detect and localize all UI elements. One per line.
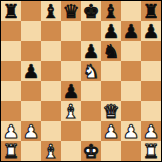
square-h1[interactable]: ♜: [141, 141, 161, 161]
square-f1[interactable]: [101, 141, 121, 161]
square-f3[interactable]: ♛: [101, 101, 121, 121]
white-rook-piece[interactable]: ♜: [2, 141, 19, 161]
square-b5[interactable]: ♟: [21, 61, 41, 81]
square-c6[interactable]: [41, 41, 61, 61]
square-b6[interactable]: [21, 41, 41, 61]
square-f2[interactable]: ♟: [101, 121, 121, 141]
square-a1[interactable]: ♜: [1, 141, 21, 161]
square-f6[interactable]: ♞: [101, 41, 121, 61]
square-f7[interactable]: ♟: [101, 21, 121, 41]
square-d5[interactable]: [61, 61, 81, 81]
square-d2[interactable]: [61, 121, 81, 141]
square-d8[interactable]: ♛: [61, 1, 81, 21]
square-a6[interactable]: [1, 41, 21, 61]
chess-board: ♜♝♛♚♝♜♟♟♟♟♞♟♞♟♝♛♟♟♟♟♟♜♝♚♜: [1, 1, 161, 161]
white-pawn-piece[interactable]: ♟: [2, 121, 19, 141]
black-rook-piece[interactable]: ♜: [2, 1, 19, 21]
white-pawn-piece[interactable]: ♟: [142, 121, 159, 141]
square-e6[interactable]: ♟: [81, 41, 101, 61]
black-bishop-piece[interactable]: ♝: [102, 1, 119, 21]
chess-board-frame: ♜♝♛♚♝♜♟♟♟♟♞♟♞♟♝♛♟♟♟♟♟♜♝♚♜: [0, 0, 162, 162]
square-h2[interactable]: ♟: [141, 121, 161, 141]
square-g1[interactable]: [121, 141, 141, 161]
square-h3[interactable]: [141, 101, 161, 121]
square-c1[interactable]: ♝: [41, 141, 61, 161]
black-pawn-piece[interactable]: ♟: [142, 21, 159, 41]
square-e5[interactable]: ♞: [81, 61, 101, 81]
square-d3[interactable]: ♝: [61, 101, 81, 121]
square-a7[interactable]: [1, 21, 21, 41]
square-b8[interactable]: [21, 1, 41, 21]
square-c2[interactable]: [41, 121, 61, 141]
square-b3[interactable]: [21, 101, 41, 121]
square-h5[interactable]: [141, 61, 161, 81]
black-pawn-piece[interactable]: ♟: [102, 21, 119, 41]
white-pawn-piece[interactable]: ♟: [22, 121, 39, 141]
black-pawn-piece[interactable]: ♟: [82, 41, 99, 61]
square-d4[interactable]: ♟: [61, 81, 81, 101]
square-e7[interactable]: [81, 21, 101, 41]
square-e4[interactable]: [81, 81, 101, 101]
black-knight-piece[interactable]: ♞: [102, 41, 119, 61]
white-king-piece[interactable]: ♚: [82, 141, 99, 161]
square-h8[interactable]: ♜: [141, 1, 161, 21]
square-c4[interactable]: [41, 81, 61, 101]
square-e2[interactable]: [81, 121, 101, 141]
square-d7[interactable]: [61, 21, 81, 41]
black-king-piece[interactable]: ♚: [82, 1, 99, 21]
square-g2[interactable]: ♟: [121, 121, 141, 141]
square-b2[interactable]: ♟: [21, 121, 41, 141]
square-c3[interactable]: [41, 101, 61, 121]
square-h6[interactable]: [141, 41, 161, 61]
square-f4[interactable]: [101, 81, 121, 101]
white-bishop-piece[interactable]: ♝: [42, 141, 59, 161]
square-b1[interactable]: [21, 141, 41, 161]
square-e1[interactable]: ♚: [81, 141, 101, 161]
square-f5[interactable]: [101, 61, 121, 81]
white-knight-piece[interactable]: ♞: [82, 61, 99, 81]
square-h4[interactable]: [141, 81, 161, 101]
black-queen-piece[interactable]: ♛: [62, 1, 79, 21]
black-bishop-piece[interactable]: ♝: [42, 1, 59, 21]
square-c5[interactable]: [41, 61, 61, 81]
square-g5[interactable]: [121, 61, 141, 81]
square-b4[interactable]: [21, 81, 41, 101]
square-g4[interactable]: [121, 81, 141, 101]
square-e3[interactable]: [81, 101, 101, 121]
square-d1[interactable]: [61, 141, 81, 161]
square-a4[interactable]: [1, 81, 21, 101]
square-c8[interactable]: ♝: [41, 1, 61, 21]
square-a5[interactable]: [1, 61, 21, 81]
square-g6[interactable]: [121, 41, 141, 61]
white-bishop-piece[interactable]: ♝: [62, 101, 79, 121]
white-pawn-piece[interactable]: ♟: [122, 121, 139, 141]
square-c7[interactable]: [41, 21, 61, 41]
square-e8[interactable]: ♚: [81, 1, 101, 21]
white-queen-piece[interactable]: ♛: [102, 101, 119, 121]
black-rook-piece[interactable]: ♜: [142, 1, 159, 21]
square-f8[interactable]: ♝: [101, 1, 121, 21]
white-pawn-piece[interactable]: ♟: [102, 121, 119, 141]
square-g7[interactable]: ♟: [121, 21, 141, 41]
square-h7[interactable]: ♟: [141, 21, 161, 41]
black-pawn-piece[interactable]: ♟: [62, 81, 79, 101]
square-a3[interactable]: [1, 101, 21, 121]
white-rook-piece[interactable]: ♜: [142, 141, 159, 161]
square-a2[interactable]: ♟: [1, 121, 21, 141]
square-d6[interactable]: [61, 41, 81, 61]
square-a8[interactable]: ♜: [1, 1, 21, 21]
black-pawn-piece[interactable]: ♟: [122, 21, 139, 41]
black-pawn-piece[interactable]: ♟: [22, 61, 39, 81]
square-b7[interactable]: [21, 21, 41, 41]
square-g3[interactable]: [121, 101, 141, 121]
square-g8[interactable]: [121, 1, 141, 21]
